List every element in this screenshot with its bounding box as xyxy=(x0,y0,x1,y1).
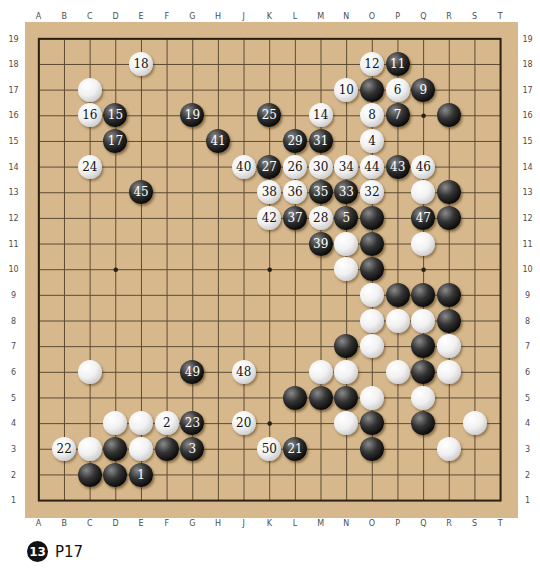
intersection-A7[interactable] xyxy=(26,334,52,360)
intersection-G16[interactable]: 19 xyxy=(180,103,206,129)
intersection-L11[interactable] xyxy=(282,231,308,257)
intersection-Q13[interactable] xyxy=(410,180,436,206)
intersection-D19[interactable] xyxy=(103,26,129,52)
intersection-K10[interactable] xyxy=(257,257,283,283)
intersection-G4[interactable]: 23 xyxy=(180,410,206,436)
intersection-D12[interactable] xyxy=(103,205,129,231)
intersection-P3[interactable] xyxy=(385,436,411,462)
intersection-H19[interactable] xyxy=(205,26,231,52)
intersection-J16[interactable] xyxy=(231,103,257,129)
intersection-F9[interactable] xyxy=(154,282,180,308)
intersection-T12[interactable] xyxy=(487,205,513,231)
intersection-A10[interactable] xyxy=(26,257,52,283)
intersection-M15[interactable]: 31 xyxy=(308,128,334,154)
intersection-R19[interactable] xyxy=(436,26,462,52)
intersection-G1[interactable] xyxy=(180,487,206,513)
intersection-Q7[interactable] xyxy=(410,334,436,360)
intersection-Q2[interactable] xyxy=(410,462,436,488)
intersection-J2[interactable] xyxy=(231,462,257,488)
intersection-O4[interactable] xyxy=(359,410,385,436)
intersection-P1[interactable] xyxy=(385,487,411,513)
intersection-H9[interactable] xyxy=(205,282,231,308)
intersection-M8[interactable] xyxy=(308,308,334,334)
intersection-A9[interactable] xyxy=(26,282,52,308)
intersection-E2[interactable]: 1 xyxy=(128,462,154,488)
intersection-A15[interactable] xyxy=(26,128,52,154)
intersection-O19[interactable] xyxy=(359,26,385,52)
intersection-N11[interactable] xyxy=(334,231,360,257)
intersection-P13[interactable] xyxy=(385,180,411,206)
intersection-M12[interactable]: 28 xyxy=(308,205,334,231)
intersection-J19[interactable] xyxy=(231,26,257,52)
intersection-M14[interactable]: 30 xyxy=(308,154,334,180)
intersection-D3[interactable] xyxy=(103,436,129,462)
intersection-Q5[interactable] xyxy=(410,385,436,411)
intersection-A8[interactable] xyxy=(26,308,52,334)
intersection-E10[interactable] xyxy=(128,257,154,283)
intersection-P19[interactable] xyxy=(385,26,411,52)
intersection-E8[interactable] xyxy=(128,308,154,334)
intersection-R14[interactable] xyxy=(436,154,462,180)
intersection-N14[interactable]: 34 xyxy=(334,154,360,180)
intersection-K14[interactable]: 27 xyxy=(257,154,283,180)
intersection-B1[interactable] xyxy=(51,487,77,513)
intersection-O11[interactable] xyxy=(359,231,385,257)
intersection-F13[interactable] xyxy=(154,180,180,206)
intersection-D4[interactable] xyxy=(103,410,129,436)
intersection-K15[interactable] xyxy=(257,128,283,154)
intersection-Q16[interactable] xyxy=(410,103,436,129)
intersection-J7[interactable] xyxy=(231,334,257,360)
intersection-C8[interactable] xyxy=(77,308,103,334)
intersection-L1[interactable] xyxy=(282,487,308,513)
intersection-T11[interactable] xyxy=(487,231,513,257)
intersection-S1[interactable] xyxy=(462,487,488,513)
intersection-H7[interactable] xyxy=(205,334,231,360)
intersection-K3[interactable]: 50 xyxy=(257,436,283,462)
intersection-L7[interactable] xyxy=(282,334,308,360)
intersection-N6[interactable] xyxy=(334,359,360,385)
intersection-R15[interactable] xyxy=(436,128,462,154)
intersection-C10[interactable] xyxy=(77,257,103,283)
intersection-B19[interactable] xyxy=(51,26,77,52)
intersection-P15[interactable] xyxy=(385,128,411,154)
intersection-S17[interactable] xyxy=(462,77,488,103)
intersection-B18[interactable] xyxy=(51,51,77,77)
intersection-B2[interactable] xyxy=(51,462,77,488)
intersection-S10[interactable] xyxy=(462,257,488,283)
intersection-C16[interactable]: 16 xyxy=(77,103,103,129)
intersection-C3[interactable] xyxy=(77,436,103,462)
intersection-J18[interactable] xyxy=(231,51,257,77)
intersection-F17[interactable] xyxy=(154,77,180,103)
intersection-S5[interactable] xyxy=(462,385,488,411)
intersection-N7[interactable] xyxy=(334,334,360,360)
intersection-E12[interactable] xyxy=(128,205,154,231)
intersection-O12[interactable] xyxy=(359,205,385,231)
intersection-M18[interactable] xyxy=(308,51,334,77)
intersection-J15[interactable] xyxy=(231,128,257,154)
intersection-G15[interactable] xyxy=(180,128,206,154)
intersection-H18[interactable] xyxy=(205,51,231,77)
intersection-O17[interactable] xyxy=(359,77,385,103)
intersection-L16[interactable] xyxy=(282,103,308,129)
intersection-C7[interactable] xyxy=(77,334,103,360)
intersection-H2[interactable] xyxy=(205,462,231,488)
intersection-B7[interactable] xyxy=(51,334,77,360)
intersection-A16[interactable] xyxy=(26,103,52,129)
intersection-R13[interactable] xyxy=(436,180,462,206)
intersection-A2[interactable] xyxy=(26,462,52,488)
intersection-Q4[interactable] xyxy=(410,410,436,436)
intersection-J5[interactable] xyxy=(231,385,257,411)
intersection-G18[interactable] xyxy=(180,51,206,77)
intersection-J10[interactable] xyxy=(231,257,257,283)
intersection-J17[interactable] xyxy=(231,77,257,103)
intersection-C9[interactable] xyxy=(77,282,103,308)
intersection-S2[interactable] xyxy=(462,462,488,488)
intersection-E15[interactable] xyxy=(128,128,154,154)
intersection-H1[interactable] xyxy=(205,487,231,513)
intersection-G2[interactable] xyxy=(180,462,206,488)
intersection-K11[interactable] xyxy=(257,231,283,257)
intersection-T15[interactable] xyxy=(487,128,513,154)
intersection-B13[interactable] xyxy=(51,180,77,206)
intersection-A1[interactable] xyxy=(26,487,52,513)
intersection-D7[interactable] xyxy=(103,334,129,360)
intersection-R16[interactable] xyxy=(436,103,462,129)
intersection-H15[interactable]: 41 xyxy=(205,128,231,154)
intersection-A11[interactable] xyxy=(26,231,52,257)
intersection-G9[interactable] xyxy=(180,282,206,308)
intersection-M16[interactable]: 14 xyxy=(308,103,334,129)
intersection-B12[interactable] xyxy=(51,205,77,231)
intersection-C2[interactable] xyxy=(77,462,103,488)
intersection-M13[interactable]: 35 xyxy=(308,180,334,206)
intersection-K13[interactable]: 38 xyxy=(257,180,283,206)
intersection-F7[interactable] xyxy=(154,334,180,360)
intersection-P18[interactable]: 11 xyxy=(385,51,411,77)
intersection-R7[interactable] xyxy=(436,334,462,360)
intersection-R6[interactable] xyxy=(436,359,462,385)
intersection-B14[interactable] xyxy=(51,154,77,180)
intersection-P7[interactable] xyxy=(385,334,411,360)
intersection-R12[interactable] xyxy=(436,205,462,231)
intersection-R17[interactable] xyxy=(436,77,462,103)
intersection-Q18[interactable] xyxy=(410,51,436,77)
intersection-D9[interactable] xyxy=(103,282,129,308)
intersection-T10[interactable] xyxy=(487,257,513,283)
intersection-Q12[interactable]: 47 xyxy=(410,205,436,231)
intersection-L10[interactable] xyxy=(282,257,308,283)
intersection-G3[interactable]: 3 xyxy=(180,436,206,462)
intersection-P14[interactable]: 43 xyxy=(385,154,411,180)
intersection-D16[interactable]: 15 xyxy=(103,103,129,129)
intersection-M9[interactable] xyxy=(308,282,334,308)
intersection-F10[interactable] xyxy=(154,257,180,283)
intersection-T5[interactable] xyxy=(487,385,513,411)
intersection-D15[interactable]: 17 xyxy=(103,128,129,154)
intersection-R4[interactable] xyxy=(436,410,462,436)
intersection-M5[interactable] xyxy=(308,385,334,411)
intersection-E18[interactable]: 18 xyxy=(128,51,154,77)
intersection-C18[interactable] xyxy=(77,51,103,77)
intersection-N9[interactable] xyxy=(334,282,360,308)
intersection-J13[interactable] xyxy=(231,180,257,206)
intersection-M7[interactable] xyxy=(308,334,334,360)
intersection-J11[interactable] xyxy=(231,231,257,257)
intersection-Q9[interactable] xyxy=(410,282,436,308)
intersection-N2[interactable] xyxy=(334,462,360,488)
intersection-J6[interactable]: 48 xyxy=(231,359,257,385)
intersection-C15[interactable] xyxy=(77,128,103,154)
intersection-T4[interactable] xyxy=(487,410,513,436)
intersection-Q1[interactable] xyxy=(410,487,436,513)
intersection-S11[interactable] xyxy=(462,231,488,257)
intersection-R5[interactable] xyxy=(436,385,462,411)
intersection-E14[interactable] xyxy=(128,154,154,180)
intersection-H3[interactable] xyxy=(205,436,231,462)
intersection-P6[interactable] xyxy=(385,359,411,385)
intersection-B5[interactable] xyxy=(51,385,77,411)
intersection-H14[interactable] xyxy=(205,154,231,180)
intersection-F19[interactable] xyxy=(154,26,180,52)
intersection-C4[interactable] xyxy=(77,410,103,436)
intersection-G14[interactable] xyxy=(180,154,206,180)
intersection-M2[interactable] xyxy=(308,462,334,488)
intersection-K12[interactable]: 42 xyxy=(257,205,283,231)
intersection-S3[interactable] xyxy=(462,436,488,462)
intersection-A12[interactable] xyxy=(26,205,52,231)
intersection-S15[interactable] xyxy=(462,128,488,154)
intersection-B17[interactable] xyxy=(51,77,77,103)
intersection-S14[interactable] xyxy=(462,154,488,180)
intersection-L13[interactable]: 36 xyxy=(282,180,308,206)
intersection-N16[interactable] xyxy=(334,103,360,129)
intersection-F4[interactable]: 2 xyxy=(154,410,180,436)
intersection-R18[interactable] xyxy=(436,51,462,77)
intersection-B8[interactable] xyxy=(51,308,77,334)
intersection-L8[interactable] xyxy=(282,308,308,334)
intersection-A6[interactable] xyxy=(26,359,52,385)
intersection-H11[interactable] xyxy=(205,231,231,257)
intersection-S12[interactable] xyxy=(462,205,488,231)
intersection-T14[interactable] xyxy=(487,154,513,180)
intersection-H13[interactable] xyxy=(205,180,231,206)
intersection-G5[interactable] xyxy=(180,385,206,411)
intersection-S7[interactable] xyxy=(462,334,488,360)
intersection-K5[interactable] xyxy=(257,385,283,411)
intersection-B10[interactable] xyxy=(51,257,77,283)
intersection-Q19[interactable] xyxy=(410,26,436,52)
intersection-A18[interactable] xyxy=(26,51,52,77)
intersection-O5[interactable] xyxy=(359,385,385,411)
intersection-D10[interactable] xyxy=(103,257,129,283)
intersection-J9[interactable] xyxy=(231,282,257,308)
intersection-N13[interactable]: 33 xyxy=(334,180,360,206)
intersection-J4[interactable]: 20 xyxy=(231,410,257,436)
intersection-D13[interactable] xyxy=(103,180,129,206)
intersection-N18[interactable] xyxy=(334,51,360,77)
intersection-Q17[interactable]: 9 xyxy=(410,77,436,103)
intersection-K9[interactable] xyxy=(257,282,283,308)
intersection-P4[interactable] xyxy=(385,410,411,436)
intersection-C5[interactable] xyxy=(77,385,103,411)
intersection-L19[interactable] xyxy=(282,26,308,52)
intersection-K4[interactable] xyxy=(257,410,283,436)
intersection-T8[interactable] xyxy=(487,308,513,334)
intersection-E13[interactable]: 45 xyxy=(128,180,154,206)
intersection-Q6[interactable] xyxy=(410,359,436,385)
intersection-H5[interactable] xyxy=(205,385,231,411)
intersection-N15[interactable] xyxy=(334,128,360,154)
intersection-A14[interactable] xyxy=(26,154,52,180)
intersection-O13[interactable]: 32 xyxy=(359,180,385,206)
intersection-G12[interactable] xyxy=(180,205,206,231)
intersection-B16[interactable] xyxy=(51,103,77,129)
intersection-N1[interactable] xyxy=(334,487,360,513)
intersection-D6[interactable] xyxy=(103,359,129,385)
intersection-O9[interactable] xyxy=(359,282,385,308)
intersection-E5[interactable] xyxy=(128,385,154,411)
intersection-M11[interactable]: 39 xyxy=(308,231,334,257)
intersection-E11[interactable] xyxy=(128,231,154,257)
intersection-N4[interactable] xyxy=(334,410,360,436)
intersection-O3[interactable] xyxy=(359,436,385,462)
intersection-J8[interactable] xyxy=(231,308,257,334)
intersection-G13[interactable] xyxy=(180,180,206,206)
intersection-R2[interactable] xyxy=(436,462,462,488)
intersection-R9[interactable] xyxy=(436,282,462,308)
intersection-D2[interactable] xyxy=(103,462,129,488)
intersection-E19[interactable] xyxy=(128,26,154,52)
intersection-M6[interactable] xyxy=(308,359,334,385)
intersection-K7[interactable] xyxy=(257,334,283,360)
intersection-K2[interactable] xyxy=(257,462,283,488)
intersection-M19[interactable] xyxy=(308,26,334,52)
intersection-S6[interactable] xyxy=(462,359,488,385)
intersection-D11[interactable] xyxy=(103,231,129,257)
intersection-B11[interactable] xyxy=(51,231,77,257)
intersection-G6[interactable]: 49 xyxy=(180,359,206,385)
intersection-S8[interactable] xyxy=(462,308,488,334)
intersection-F8[interactable] xyxy=(154,308,180,334)
intersection-P2[interactable] xyxy=(385,462,411,488)
intersection-L9[interactable] xyxy=(282,282,308,308)
intersection-B4[interactable] xyxy=(51,410,77,436)
intersection-A17[interactable] xyxy=(26,77,52,103)
intersection-S18[interactable] xyxy=(462,51,488,77)
intersection-G17[interactable] xyxy=(180,77,206,103)
intersection-L6[interactable] xyxy=(282,359,308,385)
intersection-M3[interactable] xyxy=(308,436,334,462)
intersection-T9[interactable] xyxy=(487,282,513,308)
intersection-N10[interactable] xyxy=(334,257,360,283)
intersection-H4[interactable] xyxy=(205,410,231,436)
intersection-R11[interactable] xyxy=(436,231,462,257)
intersection-L3[interactable]: 21 xyxy=(282,436,308,462)
intersection-L15[interactable]: 29 xyxy=(282,128,308,154)
intersection-L5[interactable] xyxy=(282,385,308,411)
intersection-F18[interactable] xyxy=(154,51,180,77)
intersection-E1[interactable] xyxy=(128,487,154,513)
intersection-O1[interactable] xyxy=(359,487,385,513)
intersection-B15[interactable] xyxy=(51,128,77,154)
intersection-C12[interactable] xyxy=(77,205,103,231)
intersection-N12[interactable]: 5 xyxy=(334,205,360,231)
intersection-F12[interactable] xyxy=(154,205,180,231)
intersection-H12[interactable] xyxy=(205,205,231,231)
intersection-E6[interactable] xyxy=(128,359,154,385)
intersection-L12[interactable]: 37 xyxy=(282,205,308,231)
intersection-Q14[interactable]: 46 xyxy=(410,154,436,180)
intersection-Q11[interactable] xyxy=(410,231,436,257)
intersection-C1[interactable] xyxy=(77,487,103,513)
intersection-K16[interactable]: 25 xyxy=(257,103,283,129)
intersection-H16[interactable] xyxy=(205,103,231,129)
intersection-M1[interactable] xyxy=(308,487,334,513)
intersection-K8[interactable] xyxy=(257,308,283,334)
intersection-O18[interactable]: 12 xyxy=(359,51,385,77)
intersection-O8[interactable] xyxy=(359,308,385,334)
intersection-P8[interactable] xyxy=(385,308,411,334)
intersection-P9[interactable] xyxy=(385,282,411,308)
intersection-F3[interactable] xyxy=(154,436,180,462)
intersection-O7[interactable] xyxy=(359,334,385,360)
intersection-R8[interactable] xyxy=(436,308,462,334)
intersection-P12[interactable] xyxy=(385,205,411,231)
intersection-C13[interactable] xyxy=(77,180,103,206)
intersection-J3[interactable] xyxy=(231,436,257,462)
intersection-D18[interactable] xyxy=(103,51,129,77)
intersection-A13[interactable] xyxy=(26,180,52,206)
intersection-F11[interactable] xyxy=(154,231,180,257)
intersection-T17[interactable] xyxy=(487,77,513,103)
intersection-E4[interactable] xyxy=(128,410,154,436)
intersection-O16[interactable]: 8 xyxy=(359,103,385,129)
intersection-L14[interactable]: 26 xyxy=(282,154,308,180)
intersection-L4[interactable] xyxy=(282,410,308,436)
intersection-F1[interactable] xyxy=(154,487,180,513)
intersection-D8[interactable] xyxy=(103,308,129,334)
intersection-P11[interactable] xyxy=(385,231,411,257)
intersection-Q10[interactable] xyxy=(410,257,436,283)
intersection-P10[interactable] xyxy=(385,257,411,283)
intersection-G10[interactable] xyxy=(180,257,206,283)
intersection-N17[interactable]: 10 xyxy=(334,77,360,103)
intersection-Q15[interactable] xyxy=(410,128,436,154)
intersection-N3[interactable] xyxy=(334,436,360,462)
intersection-K18[interactable] xyxy=(257,51,283,77)
intersection-K1[interactable] xyxy=(257,487,283,513)
intersection-E17[interactable] xyxy=(128,77,154,103)
intersection-G8[interactable] xyxy=(180,308,206,334)
intersection-D17[interactable] xyxy=(103,77,129,103)
intersection-F14[interactable] xyxy=(154,154,180,180)
intersection-A5[interactable] xyxy=(26,385,52,411)
intersection-S13[interactable] xyxy=(462,180,488,206)
intersection-N8[interactable] xyxy=(334,308,360,334)
intersection-F6[interactable] xyxy=(154,359,180,385)
intersection-S16[interactable] xyxy=(462,103,488,129)
intersection-B6[interactable] xyxy=(51,359,77,385)
intersection-S19[interactable] xyxy=(462,26,488,52)
intersection-Q8[interactable] xyxy=(410,308,436,334)
intersection-G19[interactable] xyxy=(180,26,206,52)
intersection-E3[interactable] xyxy=(128,436,154,462)
intersection-S4[interactable] xyxy=(462,410,488,436)
intersection-O10[interactable] xyxy=(359,257,385,283)
